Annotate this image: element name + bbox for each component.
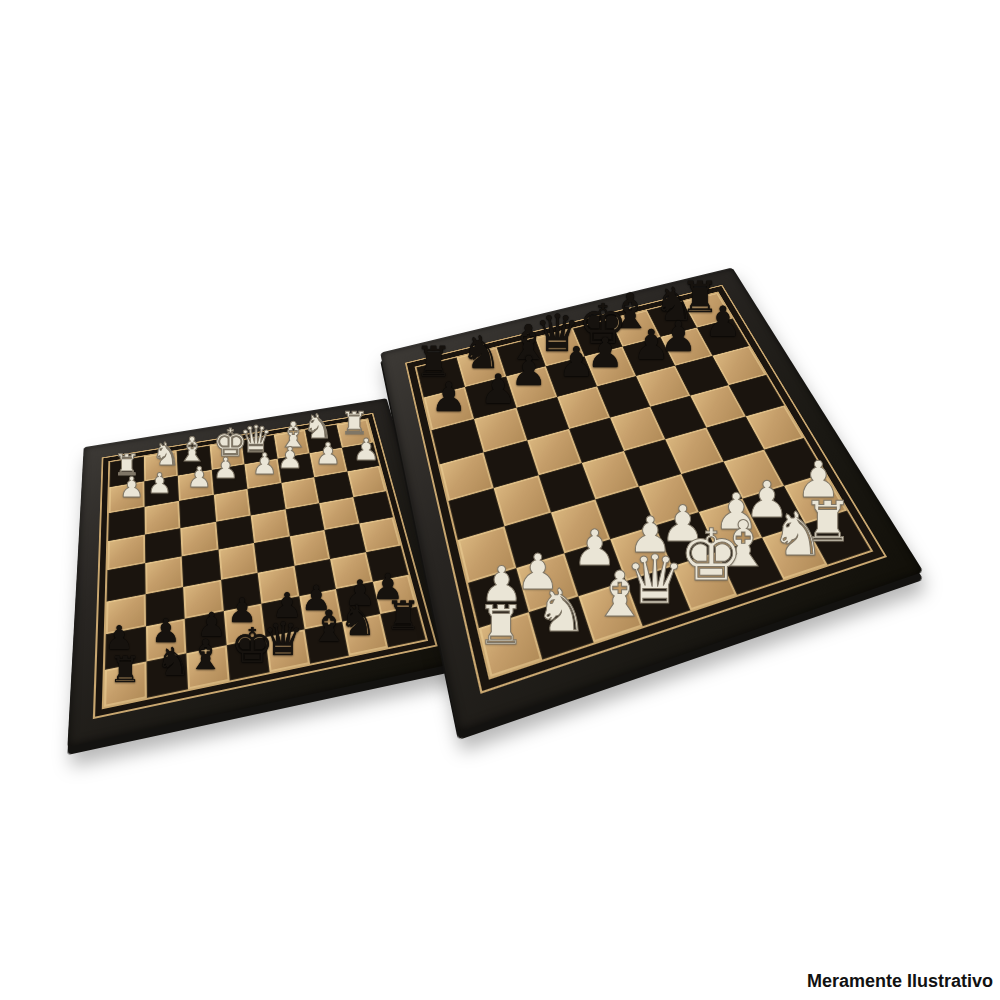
square-h8 <box>104 661 146 707</box>
right-board-border <box>405 285 887 694</box>
square-e8 <box>226 637 270 681</box>
square-c8 <box>304 621 349 664</box>
product-photo: ♜♞♝♚♛♝♞♜♟♟♟♟♟♟♟♟♟♟♟♟♟♟♟♟♜♞♝♚♛♝♞♜ ♜♞♝♛♚♝♞… <box>0 0 1000 1000</box>
square-g8 <box>146 653 188 698</box>
left-board <box>64 353 444 733</box>
right-board <box>389 216 859 686</box>
caption: Meramente Ilustrativo <box>807 971 993 992</box>
left-board-grid <box>102 418 428 709</box>
left-board-border <box>93 413 438 719</box>
right-board-frame <box>380 268 923 733</box>
right-board-tilt <box>380 268 923 733</box>
square-f8 <box>186 645 229 689</box>
square-d8 <box>265 629 309 672</box>
right-board-grid <box>415 291 874 679</box>
